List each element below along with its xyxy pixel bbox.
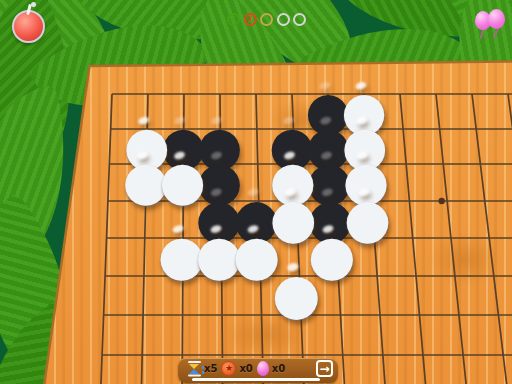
hourglass-count: x5 <box>204 364 217 374</box>
balloon-item-icon <box>257 361 269 376</box>
cross-icon: ✗ <box>246 15 253 24</box>
progress-dot-correct: ✓ <box>227 13 240 26</box>
balloon-string <box>479 29 484 39</box>
progress-dot-empty <box>293 13 306 26</box>
star-icon: ★ <box>225 364 233 373</box>
balloon-string <box>493 28 499 38</box>
wood-knot <box>270 100 330 140</box>
hourglass-icon <box>188 361 201 377</box>
exit-button[interactable]: → <box>316 360 333 377</box>
target-item-button[interactable]: ★ x0 <box>221 361 252 376</box>
balloon-count: x0 <box>272 364 285 374</box>
target-icon: ★ <box>221 361 236 376</box>
exit-arrow-icon: → <box>319 363 329 375</box>
progress-dot-empty <box>260 13 273 26</box>
timer-knob <box>31 2 36 7</box>
balloon-item-button[interactable]: x0 <box>257 361 285 376</box>
timer-tomato-icon[interactable] <box>12 10 45 43</box>
target-count: x0 <box>239 364 252 374</box>
progress-dots: ✓ ✗ <box>227 13 306 26</box>
pink-balloon-icon <box>488 9 505 29</box>
game-screen: ●●●●●●●●●●●●●●●●●●●●●●●● ✓ ✗ x5 ★ x0 x0 … <box>0 0 512 384</box>
check-icon: ✓ <box>230 15 237 24</box>
wood-knot <box>225 315 305 355</box>
toolbar-progress-bar <box>192 378 320 381</box>
progress-dot-empty <box>277 13 290 26</box>
progress-dot-wrong: ✗ <box>244 13 257 26</box>
hourglass-item-button[interactable]: x5 <box>188 361 217 377</box>
bottom-toolbar: x5 ★ x0 x0 → <box>178 358 338 383</box>
wood-knot <box>430 235 500 285</box>
balloons-icon[interactable] <box>474 8 510 44</box>
